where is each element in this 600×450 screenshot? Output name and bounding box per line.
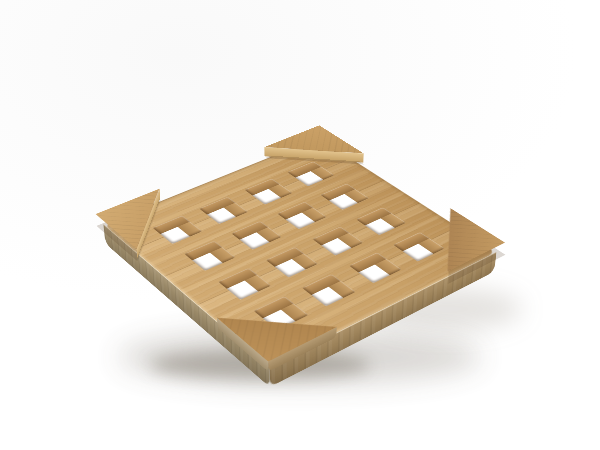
wooden-lattice-board: [103, 138, 496, 367]
product-photo: [0, 0, 600, 450]
